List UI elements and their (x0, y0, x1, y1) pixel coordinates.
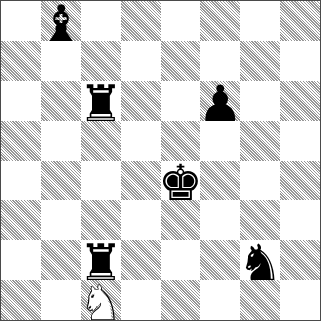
square-d8[interactable] (121, 1, 161, 41)
square-h8[interactable] (280, 1, 320, 41)
square-c6[interactable]: ♜ (81, 81, 121, 121)
black-knight-piece: ♞ (238, 238, 283, 288)
square-f2[interactable] (200, 240, 240, 280)
black-pawn-piece: ♟ (198, 79, 243, 129)
square-b3[interactable] (41, 200, 81, 240)
square-g2[interactable]: ♞ (240, 240, 280, 280)
black-king-piece: ♚ (158, 158, 203, 208)
square-f6[interactable]: ♟ (200, 81, 240, 121)
square-g6[interactable] (240, 81, 280, 121)
square-e8[interactable] (161, 1, 201, 41)
square-a2[interactable] (1, 240, 41, 280)
chess-diagram: ♝♜♟♚♜♞♞♘ (0, 0, 321, 321)
square-c1[interactable]: ♞♘ (81, 280, 121, 320)
square-d5[interactable] (121, 121, 161, 161)
square-b8[interactable]: ♝ (41, 1, 81, 41)
square-h4[interactable] (280, 161, 320, 201)
square-g4[interactable] (240, 161, 280, 201)
square-d3[interactable] (121, 200, 161, 240)
square-e4[interactable]: ♚ (161, 161, 201, 201)
square-e1[interactable] (161, 280, 201, 320)
square-e6[interactable] (161, 81, 201, 121)
square-h2[interactable] (280, 240, 320, 280)
square-g7[interactable] (240, 41, 280, 81)
square-e2[interactable] (161, 240, 201, 280)
square-e7[interactable] (161, 41, 201, 81)
square-a4[interactable] (1, 161, 41, 201)
square-d1[interactable] (121, 280, 161, 320)
chess-board: ♝♜♟♚♜♞♞♘ (0, 0, 321, 321)
square-c4[interactable] (81, 161, 121, 201)
square-g8[interactable] (240, 1, 280, 41)
square-f1[interactable] (200, 280, 240, 320)
square-h1[interactable] (280, 280, 320, 320)
black-rook-piece: ♜ (78, 79, 123, 129)
square-c8[interactable] (81, 1, 121, 41)
square-a1[interactable] (1, 280, 41, 320)
square-f8[interactable] (200, 1, 240, 41)
square-a5[interactable] (1, 121, 41, 161)
square-h7[interactable] (280, 41, 320, 81)
square-a7[interactable] (1, 41, 41, 81)
square-h5[interactable] (280, 121, 320, 161)
square-a6[interactable] (1, 81, 41, 121)
square-b2[interactable] (41, 240, 81, 280)
square-h6[interactable] (280, 81, 320, 121)
square-b4[interactable] (41, 161, 81, 201)
square-f3[interactable] (200, 200, 240, 240)
white-knight-piece: ♘ (78, 278, 123, 321)
square-h3[interactable] (280, 200, 320, 240)
square-b6[interactable] (41, 81, 81, 121)
black-bishop-piece: ♝ (38, 0, 83, 49)
square-d4[interactable] (121, 161, 161, 201)
square-d2[interactable] (121, 240, 161, 280)
square-f4[interactable] (200, 161, 240, 201)
square-g5[interactable] (240, 121, 280, 161)
square-b1[interactable] (41, 280, 81, 320)
square-a8[interactable] (1, 1, 41, 41)
square-d7[interactable] (121, 41, 161, 81)
square-b5[interactable] (41, 121, 81, 161)
square-d6[interactable] (121, 81, 161, 121)
square-a3[interactable] (1, 200, 41, 240)
